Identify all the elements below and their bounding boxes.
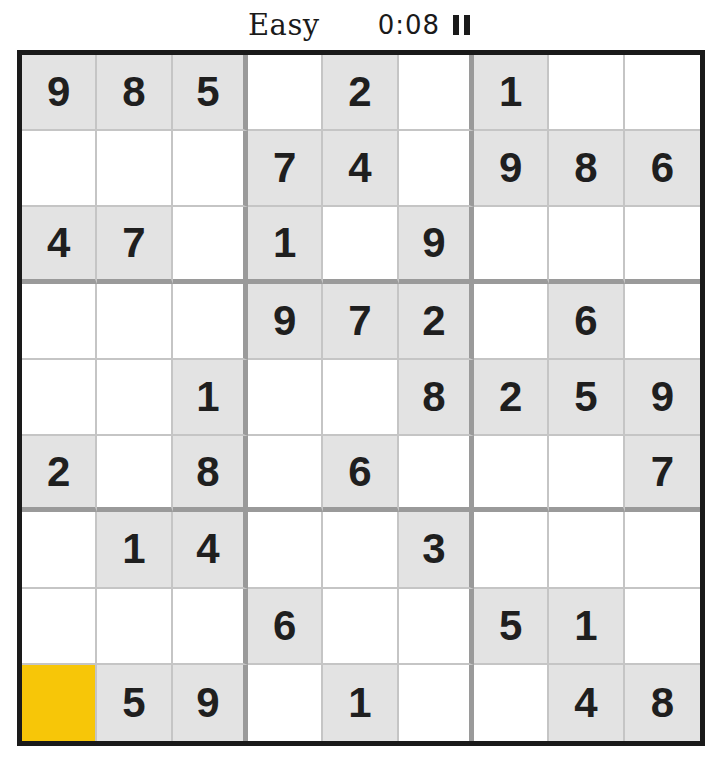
cell-r5c4[interactable] [248,360,323,436]
cell-r1c5[interactable]: 2 [323,55,398,131]
cell-r4c2[interactable] [97,284,172,360]
cell-r3c6[interactable]: 9 [399,207,474,283]
cell-r6c7[interactable] [474,436,549,512]
cell-r6c4[interactable] [248,436,323,512]
cell-r3c5[interactable] [323,207,398,283]
cell-r5c9[interactable]: 9 [625,360,700,436]
cell-r7c5[interactable] [323,512,398,588]
cell-r6c3[interactable]: 8 [173,436,248,512]
cell-r5c7[interactable]: 2 [474,360,549,436]
cell-r8c6[interactable] [399,589,474,665]
cell-r1c1[interactable]: 9 [22,55,97,131]
cell-r5c6[interactable]: 8 [399,360,474,436]
cell-r2c6[interactable] [399,131,474,207]
cell-r1c7[interactable]: 1 [474,55,549,131]
cell-r4c5[interactable]: 7 [323,284,398,360]
cell-r4c9[interactable] [625,284,700,360]
difficulty-label: Easy [248,8,320,42]
cell-r9c2[interactable]: 5 [97,665,172,741]
cell-r2c1[interactable] [22,131,97,207]
cell-r6c6[interactable] [399,436,474,512]
cell-r8c3[interactable] [173,589,248,665]
cell-r9c1[interactable] [22,665,97,741]
cell-r2c8[interactable]: 8 [549,131,624,207]
cell-r7c8[interactable] [549,512,624,588]
cell-r1c8[interactable] [549,55,624,131]
cell-r8c7[interactable]: 5 [474,589,549,665]
cell-r5c1[interactable] [22,360,97,436]
cell-r1c6[interactable] [399,55,474,131]
cell-r8c8[interactable]: 1 [549,589,624,665]
timer: 0:08 [378,10,440,40]
cell-r3c3[interactable] [173,207,248,283]
cell-r5c5[interactable] [323,360,398,436]
cell-r9c5[interactable]: 1 [323,665,398,741]
cell-r2c9[interactable]: 6 [625,131,700,207]
cell-r1c3[interactable]: 5 [173,55,248,131]
cell-r3c2[interactable]: 7 [97,207,172,283]
cell-r9c7[interactable] [474,665,549,741]
cell-r8c4[interactable]: 6 [248,589,323,665]
pause-bar-left [453,15,459,35]
cell-r3c9[interactable] [625,207,700,283]
cell-r2c5[interactable]: 4 [323,131,398,207]
cell-r4c1[interactable] [22,284,97,360]
cell-r3c4[interactable]: 1 [248,207,323,283]
cell-r4c8[interactable]: 6 [549,284,624,360]
cell-r6c9[interactable]: 7 [625,436,700,512]
cell-r4c7[interactable] [474,284,549,360]
cell-r8c1[interactable] [22,589,97,665]
pause-icon[interactable] [451,13,472,37]
cell-r5c8[interactable]: 5 [549,360,624,436]
timer-group: 0:08 [378,10,472,40]
cell-r4c3[interactable] [173,284,248,360]
cell-r5c2[interactable] [97,360,172,436]
cell-r6c1[interactable]: 2 [22,436,97,512]
game-header: Easy 0:08 [0,0,720,50]
cell-r9c6[interactable] [399,665,474,741]
cell-r2c4[interactable]: 7 [248,131,323,207]
cell-r5c3[interactable]: 1 [173,360,248,436]
cell-r4c4[interactable]: 9 [248,284,323,360]
cell-r7c2[interactable]: 1 [97,512,172,588]
cell-r8c2[interactable] [97,589,172,665]
pause-bar-right [464,15,470,35]
cell-r9c4[interactable] [248,665,323,741]
cell-r1c9[interactable] [625,55,700,131]
cell-r7c4[interactable] [248,512,323,588]
cell-r6c2[interactable] [97,436,172,512]
cell-r4c6[interactable]: 2 [399,284,474,360]
cell-r2c2[interactable] [97,131,172,207]
cell-r7c6[interactable]: 3 [399,512,474,588]
cell-r9c9[interactable]: 8 [625,665,700,741]
cell-r8c9[interactable] [625,589,700,665]
cell-r6c5[interactable]: 6 [323,436,398,512]
cell-r7c9[interactable] [625,512,700,588]
cell-r7c3[interactable]: 4 [173,512,248,588]
cell-r3c1[interactable]: 4 [22,207,97,283]
sudoku-board: 98521749864719972618259286714365159148 [17,50,705,746]
cell-r3c7[interactable] [474,207,549,283]
cell-r6c8[interactable] [549,436,624,512]
cell-r3c8[interactable] [549,207,624,283]
cell-r9c3[interactable]: 9 [173,665,248,741]
cell-r8c5[interactable] [323,589,398,665]
cell-r7c1[interactable] [22,512,97,588]
cell-r1c2[interactable]: 8 [97,55,172,131]
cell-r2c3[interactable] [173,131,248,207]
cell-r1c4[interactable] [248,55,323,131]
cell-r7c7[interactable] [474,512,549,588]
cell-r2c7[interactable]: 9 [474,131,549,207]
cell-r9c8[interactable]: 4 [549,665,624,741]
